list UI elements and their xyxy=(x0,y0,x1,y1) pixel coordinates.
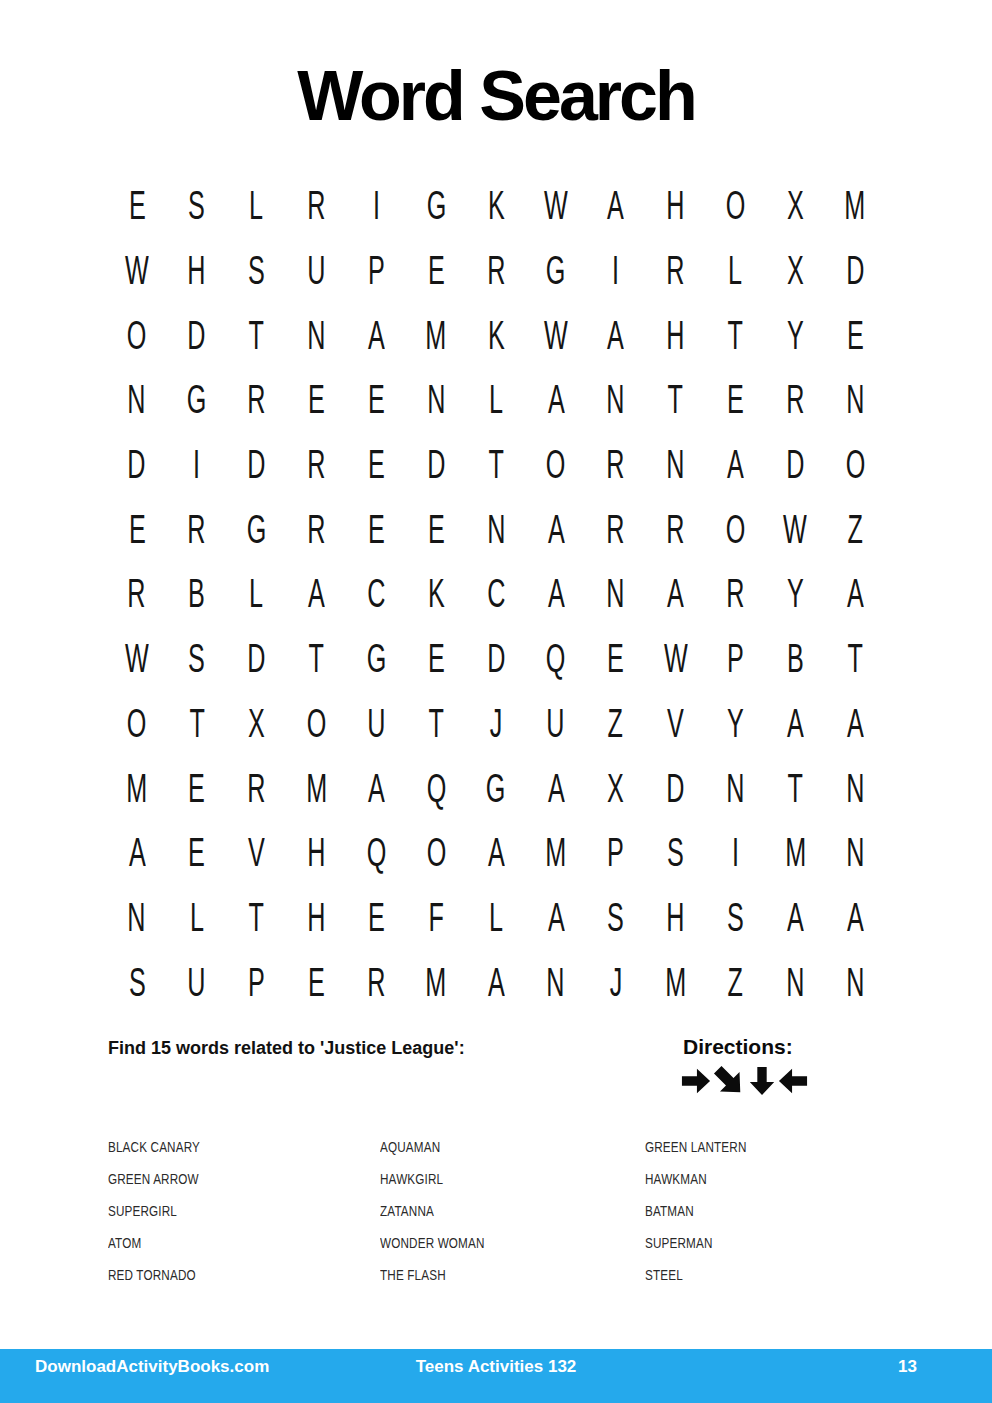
grid-cell[interactable]: O xyxy=(705,496,765,561)
directions-label: Directions: xyxy=(683,1035,793,1059)
grid-letter: E xyxy=(428,638,445,678)
grid-letter: T xyxy=(249,315,264,355)
grid-letter: A xyxy=(488,832,505,872)
grid-letter: W xyxy=(664,638,688,678)
grid-letter: N xyxy=(607,573,625,613)
grid-letter: O xyxy=(127,315,147,355)
grid-letter: N xyxy=(427,379,445,419)
grid-cell[interactable]: R xyxy=(586,432,646,497)
grid-cell[interactable]: Z xyxy=(825,496,885,561)
grid-cell[interactable]: N xyxy=(646,432,706,497)
grid-letter: W xyxy=(125,638,149,678)
grid-letter: T xyxy=(488,444,503,484)
grid-cell[interactable]: A xyxy=(646,561,706,626)
grid-letter: I xyxy=(373,185,380,225)
grid-cell[interactable]: R xyxy=(586,496,646,561)
grid-cell[interactable]: N xyxy=(287,302,347,367)
grid-cell[interactable]: A xyxy=(705,432,765,497)
grid-cell[interactable]: X xyxy=(765,173,825,238)
grid-letter: T xyxy=(847,638,862,678)
grid-letter: F xyxy=(428,897,443,937)
grid-cell[interactable]: M xyxy=(526,820,586,885)
grid-letter: K xyxy=(488,185,505,225)
grid-cell[interactable]: L xyxy=(466,367,526,432)
grid-letter: G xyxy=(247,509,267,549)
grid-cell[interactable]: X xyxy=(586,755,646,820)
grid-cell[interactable]: J xyxy=(586,949,646,1014)
grid-letter: I xyxy=(612,250,619,290)
word-list-column-2: AQUAMANHAWKGIRLZATANNAWONDER WOMANTHE FL… xyxy=(380,1130,514,1290)
grid-letter: J xyxy=(609,962,622,1002)
grid-letter: X xyxy=(787,185,804,225)
grid-cell[interactable]: I xyxy=(586,238,646,303)
grid-letter: A xyxy=(129,832,146,872)
grid-letter: Q xyxy=(546,638,566,678)
grid-letter: U xyxy=(188,962,206,1002)
grid-cell[interactable]: X xyxy=(227,691,287,756)
grid-letter: S xyxy=(248,250,265,290)
grid-cell[interactable]: G xyxy=(466,755,526,820)
grid-cell[interactable]: B xyxy=(765,626,825,691)
grid-letter: D xyxy=(188,315,206,355)
grid-cell[interactable]: K xyxy=(406,561,466,626)
grid-letter: S xyxy=(188,185,205,225)
grid-cell[interactable]: E xyxy=(346,432,406,497)
grid-cell[interactable]: A xyxy=(825,691,885,756)
grid-letter: R xyxy=(248,379,266,419)
word-list-column-1: BLACK CANARYGREEN ARROWSUPERGIRLATOMRED … xyxy=(108,1130,226,1290)
grid-letter: W xyxy=(544,315,568,355)
grid-cell[interactable]: E xyxy=(406,626,466,691)
grid-letter: W xyxy=(544,185,568,225)
grid-cell[interactable]: V xyxy=(227,820,287,885)
grid-letter: A xyxy=(607,185,624,225)
grid-cell[interactable]: W xyxy=(646,626,706,691)
grid-cell[interactable]: N xyxy=(406,367,466,432)
grid-cell[interactable]: A xyxy=(586,173,646,238)
grid-cell[interactable]: U xyxy=(346,691,406,756)
grid-cell[interactable]: D xyxy=(167,302,227,367)
grid-letter: L xyxy=(250,573,264,613)
grid-letter: P xyxy=(248,962,265,1002)
grid-cell[interactable]: R xyxy=(765,367,825,432)
grid-letter: D xyxy=(248,638,266,678)
grid-cell[interactable]: Q xyxy=(406,755,466,820)
grid-letter: Z xyxy=(608,703,623,743)
grid-cell[interactable]: A xyxy=(287,561,347,626)
grid-cell[interactable]: T xyxy=(227,885,287,950)
grid-cell[interactable]: E xyxy=(167,755,227,820)
grid-cell[interactable]: T xyxy=(765,755,825,820)
grid-cell[interactable]: G xyxy=(346,626,406,691)
grid-letter: T xyxy=(249,897,264,937)
grid-cell[interactable]: O xyxy=(287,691,347,756)
grid-letter: N xyxy=(846,379,864,419)
grid-cell[interactable]: M xyxy=(765,820,825,885)
grid-letter: S xyxy=(607,897,624,937)
grid-cell[interactable]: U xyxy=(526,691,586,756)
grid-cell[interactable]: W xyxy=(526,302,586,367)
grid-cell[interactable]: E xyxy=(346,885,406,950)
grid-cell[interactable]: I xyxy=(346,173,406,238)
grid-cell[interactable]: P xyxy=(227,949,287,1014)
grid-letter: A xyxy=(787,897,804,937)
grid-cell[interactable]: N xyxy=(825,367,885,432)
grid-cell[interactable]: T xyxy=(287,626,347,691)
grid-cell[interactable]: U xyxy=(287,238,347,303)
grid-letter: V xyxy=(667,703,684,743)
grid-cell[interactable]: A xyxy=(466,949,526,1014)
grid-letter: R xyxy=(248,768,266,808)
grid-cell[interactable]: R xyxy=(287,496,347,561)
grid-cell[interactable]: E xyxy=(406,496,466,561)
grid-cell[interactable]: D xyxy=(107,432,167,497)
grid-cell[interactable]: F xyxy=(406,885,466,950)
grid-letter: E xyxy=(727,379,744,419)
directions-arrows xyxy=(681,1064,808,1098)
grid-cell[interactable]: E xyxy=(346,496,406,561)
grid-letter: L xyxy=(489,379,503,419)
grid-letter: A xyxy=(547,379,564,419)
grid-letter: H xyxy=(307,897,325,937)
word-list-item: GREEN LANTERN xyxy=(645,1130,746,1162)
grid-letter: T xyxy=(428,703,443,743)
grid-cell[interactable]: R xyxy=(107,561,167,626)
grid-cell[interactable]: W xyxy=(526,173,586,238)
grid-cell[interactable]: P xyxy=(705,626,765,691)
grid-cell[interactable]: X xyxy=(765,238,825,303)
grid-letter: P xyxy=(368,250,385,290)
grid-cell[interactable]: A xyxy=(346,755,406,820)
grid-cell[interactable]: L xyxy=(227,173,287,238)
grid-cell[interactable]: H xyxy=(646,173,706,238)
find-words-instruction: Find 15 words related to 'Justice League… xyxy=(108,1038,465,1059)
grid-cell[interactable]: R xyxy=(646,496,706,561)
grid-cell[interactable]: E xyxy=(586,626,646,691)
grid-cell[interactable]: P xyxy=(346,238,406,303)
grid-letter: Y xyxy=(727,703,744,743)
grid-cell[interactable]: R xyxy=(167,496,227,561)
grid-cell[interactable]: O xyxy=(705,173,765,238)
grid-letter: A xyxy=(547,573,564,613)
grid-letter: A xyxy=(847,897,864,937)
grid-cell[interactable]: Z xyxy=(586,691,646,756)
grid-letter: W xyxy=(783,509,807,549)
grid-letter: C xyxy=(487,573,505,613)
grid-cell[interactable]: A xyxy=(586,302,646,367)
grid-cell[interactable]: P xyxy=(586,820,646,885)
grid-cell[interactable]: N xyxy=(765,949,825,1014)
grid-letter: A xyxy=(547,768,564,808)
page-title: Word Search xyxy=(0,58,992,135)
grid-letter: N xyxy=(307,315,325,355)
grid-cell[interactable]: A xyxy=(825,885,885,950)
grid-cell[interactable]: N xyxy=(705,755,765,820)
grid-letter: R xyxy=(666,509,684,549)
grid-letter: R xyxy=(367,962,385,1002)
grid-cell[interactable]: A xyxy=(526,496,586,561)
grid-letter: E xyxy=(129,185,146,225)
grid-cell[interactable]: T xyxy=(167,691,227,756)
grid-letter: L xyxy=(250,185,264,225)
grid-cell[interactable]: R xyxy=(646,238,706,303)
grid-cell[interactable]: M xyxy=(406,302,466,367)
grid-cell[interactable]: O xyxy=(526,432,586,497)
grid-letter: A xyxy=(488,962,505,1002)
grid-cell[interactable]: E xyxy=(705,367,765,432)
grid-letter: M xyxy=(426,962,447,1002)
grid-letter: Q xyxy=(366,832,386,872)
grid-letter: N xyxy=(846,768,864,808)
grid-letter: M xyxy=(126,768,147,808)
grid-cell[interactable]: M xyxy=(107,755,167,820)
grid-cell[interactable]: H xyxy=(167,238,227,303)
grid-cell[interactable]: C xyxy=(346,561,406,626)
grid-letter: A xyxy=(847,573,864,613)
grid-cell[interactable]: L xyxy=(227,561,287,626)
grid-cell[interactable]: U xyxy=(167,949,227,1014)
grid-cell[interactable]: E xyxy=(107,173,167,238)
grid-letter: E xyxy=(308,962,325,1002)
grid-cell[interactable]: E xyxy=(287,367,347,432)
grid-letter: S xyxy=(727,897,744,937)
grid-letter: R xyxy=(607,509,625,549)
grid-letter: H xyxy=(666,185,684,225)
grid-cell[interactable]: O xyxy=(406,820,466,885)
grid-letter: G xyxy=(486,768,506,808)
grid-cell[interactable]: R xyxy=(287,173,347,238)
grid-letter: S xyxy=(129,962,146,1002)
grid-cell[interactable]: D xyxy=(227,626,287,691)
grid-cell[interactable]: S xyxy=(646,820,706,885)
grid-cell[interactable]: A xyxy=(765,885,825,950)
grid-cell[interactable]: T xyxy=(825,626,885,691)
grid-cell[interactable]: Q xyxy=(526,626,586,691)
grid-cell[interactable]: A xyxy=(526,561,586,626)
grid-letter: I xyxy=(732,832,739,872)
word-list-item: GREEN ARROW xyxy=(108,1162,200,1194)
grid-cell[interactable]: N xyxy=(107,367,167,432)
grid-cell[interactable]: D xyxy=(406,432,466,497)
grid-cell[interactable]: Q xyxy=(346,820,406,885)
grid-cell[interactable]: O xyxy=(107,302,167,367)
grid-letter: T xyxy=(728,315,743,355)
grid-letter: D xyxy=(248,444,266,484)
grid-letter: L xyxy=(489,897,503,937)
grid-cell[interactable]: E xyxy=(346,367,406,432)
grid-letter: R xyxy=(666,250,684,290)
grid-cell[interactable]: D xyxy=(765,432,825,497)
grid-cell[interactable]: A xyxy=(765,691,825,756)
grid-letter: D xyxy=(128,444,146,484)
grid-cell[interactable]: G xyxy=(227,496,287,561)
grid-letter: W xyxy=(125,250,149,290)
grid-cell[interactable]: H xyxy=(646,885,706,950)
grid-letter: R xyxy=(307,444,325,484)
grid-cell[interactable]: E xyxy=(406,238,466,303)
grid-letter: Z xyxy=(728,962,743,1002)
grid-cell[interactable]: A xyxy=(825,561,885,626)
grid-letter: G xyxy=(366,638,386,678)
grid-cell[interactable]: M xyxy=(406,949,466,1014)
grid-cell[interactable]: R xyxy=(227,755,287,820)
grid-cell[interactable]: Y xyxy=(705,691,765,756)
grid-letter: I xyxy=(193,444,200,484)
grid-cell[interactable]: D xyxy=(466,626,526,691)
grid-cell[interactable]: T xyxy=(406,691,466,756)
grid-letter: X xyxy=(607,768,624,808)
grid-cell[interactable]: M xyxy=(646,949,706,1014)
grid-letter: Y xyxy=(787,573,804,613)
grid-cell[interactable]: I xyxy=(705,820,765,885)
word-list-item: HAWKMAN xyxy=(645,1162,746,1194)
grid-cell[interactable]: T xyxy=(705,302,765,367)
grid-cell[interactable]: R xyxy=(705,561,765,626)
grid-cell[interactable]: R xyxy=(346,949,406,1014)
grid-cell[interactable]: A xyxy=(526,367,586,432)
grid-cell[interactable]: N xyxy=(526,949,586,1014)
grid-cell[interactable]: E xyxy=(287,949,347,1014)
grid-cell[interactable]: N xyxy=(107,885,167,950)
grid-letter: A xyxy=(547,897,564,937)
grid-letter: D xyxy=(427,444,445,484)
grid-cell[interactable]: Z xyxy=(705,949,765,1014)
grid-cell[interactable]: H xyxy=(646,302,706,367)
grid-letter: E xyxy=(428,250,445,290)
word-list-item: HAWKGIRL xyxy=(380,1162,485,1194)
grid-letter: B xyxy=(787,638,804,678)
letter-grid: ESLRIGKWAHOXMWHSUPERGIRLXDODTNAMKWAHTYEN… xyxy=(107,173,885,1014)
grid-letter: U xyxy=(307,250,325,290)
grid-letter: R xyxy=(607,444,625,484)
grid-cell[interactable]: W xyxy=(765,496,825,561)
grid-cell[interactable]: A xyxy=(526,755,586,820)
grid-cell[interactable]: E xyxy=(107,496,167,561)
grid-letter: D xyxy=(846,250,864,290)
grid-letter: N xyxy=(666,444,684,484)
grid-cell[interactable]: K xyxy=(466,302,526,367)
grid-cell[interactable]: N xyxy=(586,367,646,432)
grid-letter: E xyxy=(607,638,624,678)
grid-letter: A xyxy=(547,509,564,549)
grid-cell[interactable]: B xyxy=(167,561,227,626)
grid-cell[interactable]: A xyxy=(346,302,406,367)
grid-letter: Q xyxy=(426,768,446,808)
grid-letter: A xyxy=(308,573,325,613)
grid-cell[interactable]: W xyxy=(107,238,167,303)
grid-cell[interactable]: A xyxy=(107,820,167,885)
grid-cell[interactable]: J xyxy=(466,691,526,756)
grid-cell[interactable]: O xyxy=(107,691,167,756)
grid-cell[interactable]: W xyxy=(107,626,167,691)
grid-cell[interactable]: S xyxy=(107,949,167,1014)
grid-cell[interactable]: N xyxy=(586,561,646,626)
word-list-item: ZATANNA xyxy=(380,1194,485,1226)
grid-cell[interactable]: L xyxy=(705,238,765,303)
grid-cell[interactable]: A xyxy=(466,820,526,885)
grid-letter: M xyxy=(545,832,566,872)
grid-letter: R xyxy=(487,250,505,290)
grid-cell[interactable]: C xyxy=(466,561,526,626)
grid-cell[interactable]: O xyxy=(825,432,885,497)
word-list-item: BATMAN xyxy=(645,1194,746,1226)
grid-cell[interactable]: G xyxy=(406,173,466,238)
grid-cell[interactable]: R xyxy=(287,432,347,497)
grid-cell[interactable]: H xyxy=(287,820,347,885)
grid-cell[interactable]: A xyxy=(526,885,586,950)
grid-letter: E xyxy=(188,832,205,872)
grid-letter: U xyxy=(547,703,565,743)
grid-cell[interactable]: S xyxy=(227,238,287,303)
grid-letter: O xyxy=(726,185,746,225)
grid-letter: T xyxy=(788,768,803,808)
grid-cell[interactable]: V xyxy=(646,691,706,756)
grid-cell[interactable]: S xyxy=(586,885,646,950)
grid-cell[interactable]: I xyxy=(167,432,227,497)
grid-letter: D xyxy=(487,638,505,678)
grid-letter: P xyxy=(727,638,744,678)
grid-letter: H xyxy=(307,832,325,872)
grid-cell[interactable]: M xyxy=(287,755,347,820)
grid-letter: T xyxy=(189,703,204,743)
grid-cell[interactable]: E xyxy=(167,820,227,885)
grid-cell[interactable]: N xyxy=(466,496,526,561)
grid-cell[interactable]: T xyxy=(466,432,526,497)
grid-letter: E xyxy=(428,509,445,549)
grid-cell[interactable]: N xyxy=(825,820,885,885)
word-list-item: AQUAMAN xyxy=(380,1130,485,1162)
grid-cell[interactable]: G xyxy=(526,238,586,303)
grid-cell[interactable]: N xyxy=(825,949,885,1014)
grid-letter: R xyxy=(128,573,146,613)
footer-book-title: Teens Activities 132 xyxy=(0,1357,992,1377)
grid-cell[interactable]: H xyxy=(287,885,347,950)
grid-letter: E xyxy=(368,379,385,419)
grid-cell[interactable]: T xyxy=(646,367,706,432)
grid-letter: N xyxy=(487,509,505,549)
grid-cell[interactable]: D xyxy=(227,432,287,497)
grid-cell[interactable]: Y xyxy=(765,561,825,626)
grid-cell[interactable]: R xyxy=(466,238,526,303)
grid-cell[interactable]: S xyxy=(705,885,765,950)
arrow-down-icon xyxy=(747,1066,777,1096)
grid-letter: A xyxy=(847,703,864,743)
grid-cell[interactable]: T xyxy=(227,302,287,367)
grid-cell[interactable]: D xyxy=(646,755,706,820)
grid-cell[interactable]: N xyxy=(825,755,885,820)
grid-letter: X xyxy=(248,703,265,743)
grid-letter: Z xyxy=(847,509,862,549)
grid-letter: H xyxy=(666,315,684,355)
grid-cell[interactable]: Y xyxy=(765,302,825,367)
grid-letter: H xyxy=(188,250,206,290)
grid-cell[interactable]: D xyxy=(825,238,885,303)
grid-cell[interactable]: S xyxy=(167,173,227,238)
grid-cell[interactable]: L xyxy=(167,885,227,950)
grid-cell[interactable]: E xyxy=(825,302,885,367)
grid-letter: R xyxy=(188,509,206,549)
grid-cell[interactable]: R xyxy=(227,367,287,432)
grid-letter: N xyxy=(846,832,864,872)
grid-letter: E xyxy=(188,768,205,808)
grid-cell[interactable]: L xyxy=(466,885,526,950)
arrow-left-icon xyxy=(778,1066,808,1096)
grid-cell[interactable]: K xyxy=(466,173,526,238)
grid-cell[interactable]: G xyxy=(167,367,227,432)
grid-cell[interactable]: S xyxy=(167,626,227,691)
grid-cell[interactable]: M xyxy=(825,173,885,238)
grid-letter: E xyxy=(847,315,864,355)
